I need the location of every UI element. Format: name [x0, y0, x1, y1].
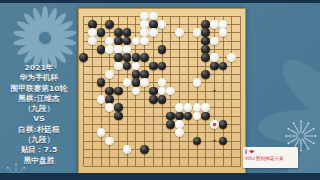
black-stone[interactable]	[132, 53, 141, 62]
black-stone[interactable]	[114, 103, 123, 112]
hoshi-point	[213, 90, 215, 92]
white-stone[interactable]	[193, 103, 202, 112]
grid-line-h	[84, 132, 241, 133]
black-stone[interactable]	[201, 45, 210, 54]
black-stone[interactable]	[140, 145, 149, 154]
black-stone[interactable]	[97, 78, 106, 87]
white-stone[interactable]	[158, 78, 167, 87]
black-stone[interactable]	[149, 62, 158, 71]
black-stone[interactable]	[201, 70, 210, 79]
white-stone[interactable]	[105, 45, 114, 54]
hoshi-point	[161, 40, 163, 42]
white-stone[interactable]	[140, 12, 149, 21]
black-stone[interactable]	[123, 28, 132, 37]
bottom-letterbox-band	[0, 173, 320, 180]
grid-line-h	[84, 166, 241, 167]
white-stone[interactable]	[175, 28, 184, 37]
black-stone[interactable]	[105, 87, 114, 96]
hoshi-point	[213, 140, 215, 142]
white-stone[interactable]	[149, 28, 158, 37]
black-stone[interactable]	[166, 120, 175, 129]
info-black-player: 黑棋:江维杰	[2, 94, 77, 104]
white-stone[interactable]	[166, 87, 175, 96]
white-stone[interactable]	[114, 45, 123, 54]
white-stone[interactable]	[97, 128, 106, 137]
info-year: 2021年	[2, 63, 77, 73]
white-stone[interactable]	[175, 103, 184, 112]
white-stone[interactable]	[132, 37, 141, 46]
white-stone[interactable]	[88, 28, 97, 37]
white-stone[interactable]	[219, 20, 228, 29]
black-stone[interactable]	[140, 53, 149, 62]
info-komi: 贴目：7.5	[2, 146, 77, 156]
black-stone[interactable]	[201, 20, 210, 29]
black-stone[interactable]	[114, 37, 123, 46]
info-result: 黑中盘胜	[2, 156, 77, 166]
black-stone[interactable]	[79, 53, 88, 62]
white-stone[interactable]	[175, 128, 184, 137]
white-stone[interactable]	[123, 145, 132, 154]
top-letterbox-band	[0, 0, 320, 3]
white-stone[interactable]	[105, 37, 114, 46]
black-stone[interactable]	[149, 95, 158, 104]
white-stone[interactable]	[132, 62, 141, 71]
black-stone[interactable]	[184, 112, 193, 121]
watermark-line2: YOU 胜利鲜花十束	[245, 155, 292, 161]
go-board[interactable]	[78, 8, 246, 174]
white-stone[interactable]	[140, 20, 149, 29]
white-stone[interactable]	[140, 37, 149, 46]
grid-line-h	[84, 149, 241, 150]
black-stone[interactable]	[123, 62, 132, 71]
white-stone[interactable]	[193, 28, 202, 37]
black-stone[interactable]	[158, 95, 167, 104]
black-stone[interactable]	[114, 28, 123, 37]
grid-line-v	[231, 16, 232, 166]
black-stone[interactable]	[97, 28, 106, 37]
black-stone[interactable]	[105, 95, 114, 104]
info-white-player: 白棋:朴廷桓	[2, 125, 77, 135]
last-move-marker	[213, 123, 216, 126]
black-stone[interactable]	[114, 112, 123, 121]
white-stone[interactable]	[132, 87, 141, 96]
white-stone[interactable]	[175, 120, 184, 129]
white-stone[interactable]	[219, 28, 228, 37]
white-stone[interactable]	[210, 20, 219, 29]
white-stone[interactable]	[123, 45, 132, 54]
game-info-panel: 2021年 华为手机杯 围甲联赛第10轮 黑棋:江维杰 （九段） VS 白棋:朴…	[0, 63, 78, 166]
white-stone[interactable]	[140, 78, 149, 87]
white-stone[interactable]	[210, 53, 219, 62]
white-stone[interactable]	[193, 112, 202, 121]
black-stone[interactable]	[114, 53, 123, 62]
info-black-rank: （九段）	[2, 104, 77, 114]
black-stone[interactable]	[201, 37, 210, 46]
black-stone[interactable]	[158, 45, 167, 54]
video-thumbnail: 2021年 华为手机杯 围甲联赛第10轮 黑棋:江维杰 （九段） VS 白棋:朴…	[0, 0, 320, 180]
white-stone[interactable]	[88, 37, 97, 46]
black-stone[interactable]	[149, 87, 158, 96]
black-stone[interactable]	[132, 78, 141, 87]
white-stone[interactable]	[184, 103, 193, 112]
info-vs: VS	[2, 115, 77, 125]
chrysanthemum-flower-icon	[8, 2, 80, 72]
white-stone[interactable]	[123, 78, 132, 87]
black-stone[interactable]	[140, 70, 149, 79]
black-stone[interactable]	[123, 37, 132, 46]
white-stone[interactable]	[97, 95, 106, 104]
black-stone[interactable]	[88, 20, 97, 29]
black-stone[interactable]	[193, 137, 202, 146]
grid-line-h	[84, 116, 241, 117]
grid-line-v	[179, 16, 180, 166]
white-stone[interactable]	[105, 137, 114, 146]
info-white-rank: （九段）	[2, 135, 77, 145]
black-stone[interactable]	[149, 20, 158, 29]
black-stone[interactable]	[166, 112, 175, 121]
grid-line-v	[240, 16, 241, 166]
white-stone[interactable]	[114, 62, 123, 71]
black-stone[interactable]	[132, 70, 141, 79]
grid-line-h	[84, 157, 241, 158]
white-stone[interactable]	[105, 70, 114, 79]
black-stone[interactable]	[114, 87, 123, 96]
black-stone[interactable]	[201, 28, 210, 37]
white-stone[interactable]	[158, 20, 167, 29]
black-stone[interactable]	[210, 62, 219, 71]
black-stone[interactable]	[219, 120, 228, 129]
hoshi-point	[161, 140, 163, 142]
white-stone[interactable]	[158, 87, 167, 96]
black-stone[interactable]	[97, 45, 106, 54]
grid-line-v	[188, 16, 189, 166]
watermark-badge: I ❤ YOU 胜利鲜花十束	[243, 147, 298, 168]
black-stone[interactable]	[201, 53, 210, 62]
white-stone[interactable]	[193, 78, 202, 87]
black-stone[interactable]	[123, 53, 132, 62]
info-event: 华为手机杯	[2, 74, 77, 84]
white-stone[interactable]	[227, 53, 236, 62]
watermark-line1: I ❤	[245, 148, 296, 155]
white-stone[interactable]	[201, 103, 210, 112]
white-stone[interactable]	[140, 28, 149, 37]
white-stone[interactable]	[149, 12, 158, 21]
black-stone[interactable]	[219, 62, 228, 71]
info-round: 围甲联赛第10轮	[2, 84, 77, 94]
black-stone[interactable]	[201, 112, 210, 121]
white-stone[interactable]	[210, 37, 219, 46]
black-stone[interactable]	[105, 20, 114, 29]
black-stone[interactable]	[158, 62, 167, 71]
black-stone[interactable]	[175, 112, 184, 121]
white-stone[interactable]	[105, 103, 114, 112]
black-stone[interactable]	[219, 137, 228, 146]
